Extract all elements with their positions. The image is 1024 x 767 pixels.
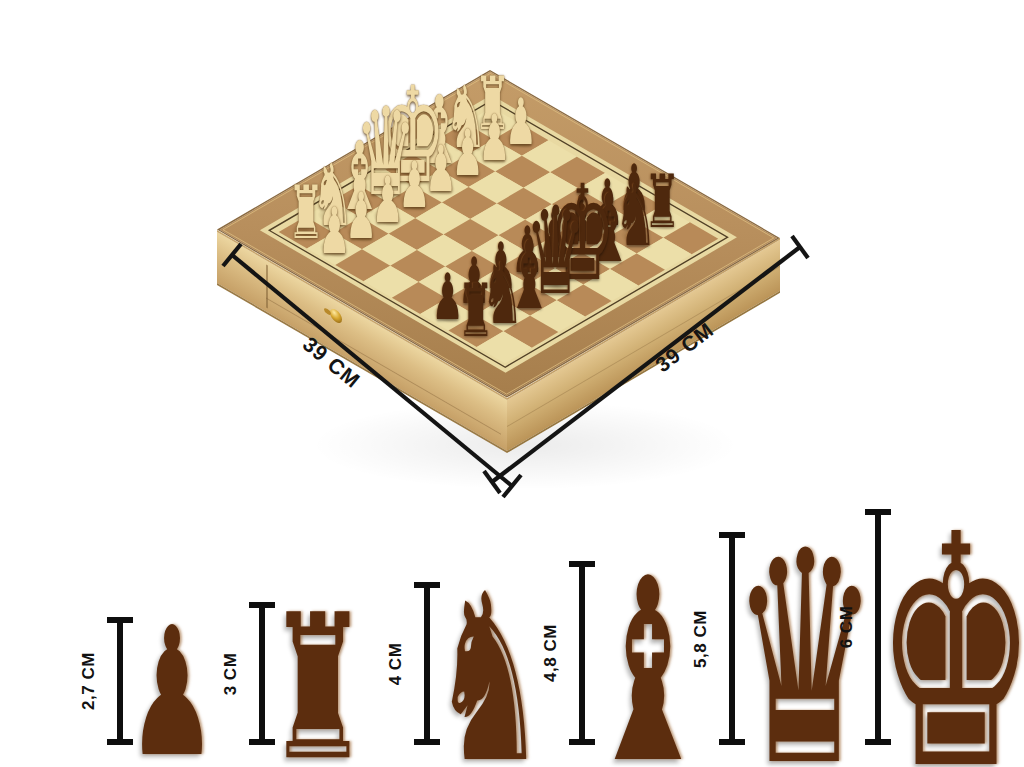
- depth-dimension: 39 CM: [484, 236, 808, 493]
- depth-dimension-label: 39 CM: [651, 318, 718, 377]
- chess-set-product-photo: ♜♞♝♛♚♝♞♜♟♟♟♟♟♟♟♟♟♟♟♟♟♟♟♟♜♞♝♛♚♝♞♜ 39 CM 3…: [0, 0, 1024, 767]
- width-dimension-label: 39 CM: [299, 332, 365, 392]
- dimension-lines: 39 CM 39 CM: [0, 0, 1024, 767]
- width-dimension: 39 CM: [223, 244, 521, 497]
